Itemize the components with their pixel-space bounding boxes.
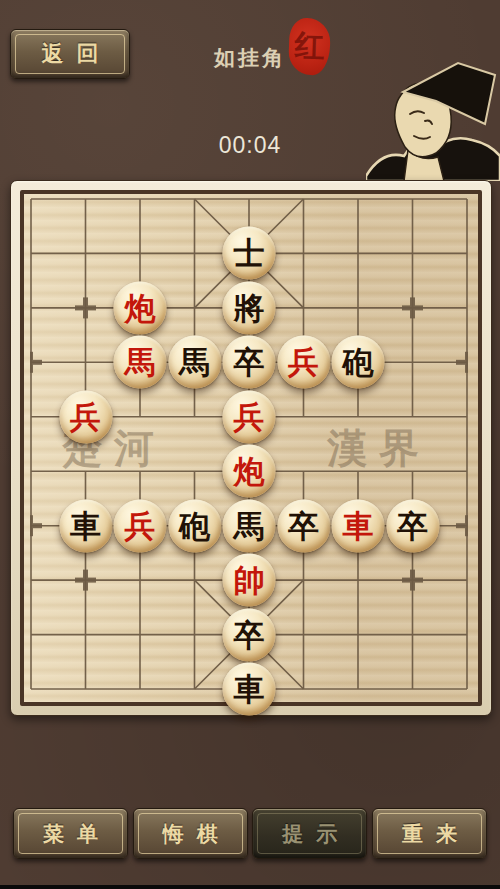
piece-red-帥[interactable]: 帥 bbox=[223, 554, 276, 607]
piece-red-炮[interactable]: 炮 bbox=[114, 281, 167, 334]
piece-black-卒[interactable]: 卒 bbox=[386, 499, 439, 552]
hint-button[interactable]: 提示 bbox=[252, 808, 367, 859]
undo-move-button[interactable]: 悔棋 bbox=[133, 808, 248, 859]
piece-black-馬[interactable]: 馬 bbox=[223, 499, 276, 552]
hint-button-label: 提示 bbox=[282, 820, 350, 848]
seal-char: 红 bbox=[294, 25, 325, 67]
menu-button[interactable]: 菜单 bbox=[13, 808, 128, 859]
menu-button-label: 菜单 bbox=[43, 820, 111, 848]
piece-red-馬[interactable]: 馬 bbox=[114, 336, 167, 389]
restart-button[interactable]: 重来 bbox=[372, 808, 487, 859]
piece-red-炮[interactable]: 炮 bbox=[223, 445, 276, 498]
river-label-right: 漢界 bbox=[327, 421, 431, 476]
piece-red-兵[interactable]: 兵 bbox=[277, 336, 330, 389]
piece-black-砲[interactable]: 砲 bbox=[168, 499, 221, 552]
undo-move-button-label: 悔棋 bbox=[163, 820, 231, 848]
piece-black-車[interactable]: 車 bbox=[59, 499, 112, 552]
piece-red-兵[interactable]: 兵 bbox=[114, 499, 167, 552]
piece-black-砲[interactable]: 砲 bbox=[332, 336, 385, 389]
piece-black-士[interactable]: 士 bbox=[223, 227, 276, 280]
piece-red-兵[interactable]: 兵 bbox=[223, 390, 276, 443]
scholar-illustration-icon bbox=[366, 60, 500, 181]
footer-toolbar: 菜单 悔棋 提示 重来 bbox=[0, 808, 500, 858]
piece-red-兵[interactable]: 兵 bbox=[59, 390, 112, 443]
game-screen: 返回 如挂角 红 00:04 bbox=[0, 0, 500, 889]
piece-black-卒[interactable]: 卒 bbox=[223, 336, 276, 389]
piece-black-車[interactable]: 車 bbox=[223, 662, 276, 715]
board-grid[interactable]: 楚河 漢界 士炮將馬馬卒兵砲兵兵炮車兵砲馬卒車卒帥卒車 bbox=[31, 199, 467, 689]
xiangqi-board: 楚河 漢界 士炮將馬馬卒兵砲兵兵炮車兵砲馬卒車卒帥卒車 bbox=[10, 180, 492, 716]
piece-black-卒[interactable]: 卒 bbox=[277, 499, 330, 552]
restart-button-label: 重来 bbox=[402, 820, 470, 848]
bottom-edge-bar bbox=[0, 885, 500, 889]
piece-red-車[interactable]: 車 bbox=[332, 499, 385, 552]
piece-black-卒[interactable]: 卒 bbox=[223, 608, 276, 661]
piece-black-馬[interactable]: 馬 bbox=[168, 336, 221, 389]
piece-black-將[interactable]: 將 bbox=[223, 281, 276, 334]
